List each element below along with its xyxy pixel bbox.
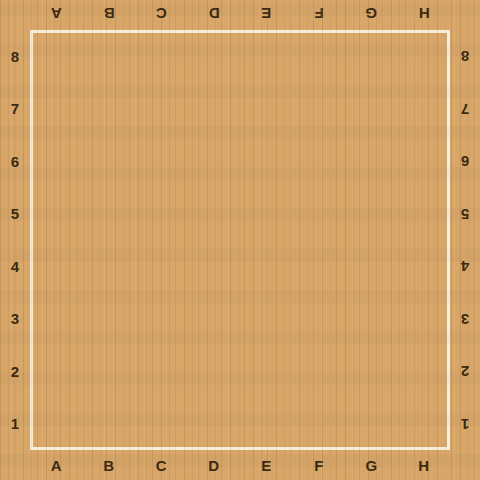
rank-label-2: 2 [451, 345, 479, 398]
rank-label-4: 4 [1, 240, 29, 293]
file-label-a: A [30, 0, 83, 28]
rank-label-3: 3 [451, 293, 479, 346]
rank-label-5: 5 [1, 188, 29, 241]
file-label-h: H [398, 0, 451, 28]
file-label-d: D [188, 451, 241, 479]
rank-labels-left: 87654321 [1, 30, 29, 450]
chess-board [30, 30, 450, 450]
rank-label-1: 1 [1, 398, 29, 451]
chess-board-frame: ABCDEFGH ABCDEFGH 87654321 87654321 [0, 0, 480, 480]
file-label-e: E [240, 451, 293, 479]
rank-label-2: 2 [1, 345, 29, 398]
file-label-c: C [135, 0, 188, 28]
file-label-f: F [293, 451, 346, 479]
rank-label-3: 3 [1, 293, 29, 346]
file-label-e: E [240, 0, 293, 28]
rank-label-7: 7 [451, 83, 479, 136]
rank-label-7: 7 [1, 83, 29, 136]
rank-label-1: 1 [451, 398, 479, 451]
file-label-h: H [398, 451, 451, 479]
file-label-f: F [293, 0, 346, 28]
file-label-b: B [83, 451, 136, 479]
file-labels-bottom: ABCDEFGH [30, 451, 450, 479]
file-label-b: B [83, 0, 136, 28]
rank-label-4: 4 [451, 240, 479, 293]
file-label-g: G [345, 451, 398, 479]
file-label-d: D [188, 0, 241, 28]
file-label-c: C [135, 451, 188, 479]
rank-labels-right: 87654321 [451, 30, 479, 450]
rank-label-8: 8 [451, 30, 479, 83]
rank-label-8: 8 [1, 30, 29, 83]
rank-label-6: 6 [1, 135, 29, 188]
file-labels-top: ABCDEFGH [30, 0, 450, 28]
rank-label-5: 5 [451, 188, 479, 241]
file-label-g: G [345, 0, 398, 28]
rank-label-6: 6 [451, 135, 479, 188]
file-label-a: A [30, 451, 83, 479]
